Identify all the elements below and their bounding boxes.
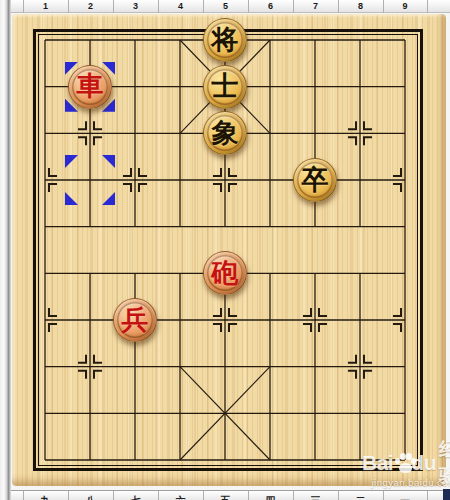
file-label-bottom-9: 一 (383, 491, 428, 500)
file-label-top-2: 2 (68, 0, 113, 13)
piece-glyph: 士 (212, 72, 239, 99)
file-label-bottom-8: 二 (338, 491, 383, 500)
piece-glyph: 砲 (212, 259, 239, 286)
file-label-top-1: 1 (23, 0, 68, 13)
file-label-top-5: 5 (203, 0, 248, 13)
file-label-top-6: 6 (248, 0, 293, 13)
piece-face: 象 (207, 115, 243, 151)
piece-face: 砲 (207, 255, 243, 291)
piece-face: 車 (72, 69, 108, 105)
file-label-top-8: 8 (338, 0, 383, 13)
piece-black-advisor[interactable]: 士 (203, 65, 247, 109)
file-label-bottom-3: 七 (113, 491, 158, 500)
file-label-top-4: 4 (158, 0, 203, 13)
baidu-watermark-brand: Bai du 经验 (362, 450, 450, 476)
file-label-bottom-6: 四 (248, 491, 293, 500)
file-label-bottom-2: 八 (68, 491, 113, 500)
piece-black-soldier[interactable]: 卒 (293, 158, 337, 202)
piece-face: 将 (207, 22, 243, 58)
piece-glyph: 兵 (122, 306, 149, 333)
file-label-top-9: 9 (383, 0, 428, 13)
file-label-top-7: 7 (293, 0, 338, 13)
baidu-watermark: Bai du 经验 jingyan.baidu.com (362, 450, 450, 488)
window-corner (443, 489, 450, 500)
piece-glyph: 将 (212, 26, 239, 53)
piece-face: 卒 (297, 162, 333, 198)
baidu-watermark-url: jingyan.baidu.com (362, 477, 450, 488)
piece-red-soldier[interactable]: 兵 (113, 298, 157, 342)
xiangqi-board[interactable]: 将士車象卒砲兵 Bai du 经验 jingyan.baidu.com (12, 14, 446, 486)
bottom-file-labels: 九八七六五四三二一 (11, 490, 450, 500)
piece-red-cannon[interactable]: 砲 (203, 251, 247, 295)
piece-face: 士 (207, 69, 243, 105)
file-label-bottom-5: 五 (203, 491, 248, 500)
top-file-header: 123456789 (11, 0, 450, 13)
piece-red-chariot[interactable]: 車 (68, 65, 112, 109)
piece-black-elephant[interactable]: 象 (203, 111, 247, 155)
piece-black-general[interactable]: 将 (203, 18, 247, 62)
piece-glyph: 象 (212, 119, 239, 146)
move-target-marker (65, 155, 115, 205)
baidu-brand-left: Bai (362, 451, 393, 475)
file-label-bottom-4: 六 (158, 491, 203, 500)
piece-glyph: 車 (77, 72, 104, 99)
window-left-edge (0, 0, 11, 500)
file-label-bottom-1: 九 (23, 491, 68, 500)
piece-glyph: 卒 (302, 166, 329, 193)
file-label-top-3: 3 (113, 0, 158, 13)
baidu-paw-icon (394, 452, 410, 475)
piece-face: 兵 (117, 302, 153, 338)
file-label-bottom-7: 三 (293, 491, 338, 500)
xiangqi-app-screen: 123456789 将士車象卒砲兵 Bai du 经验 jingyan.baid… (0, 0, 450, 500)
